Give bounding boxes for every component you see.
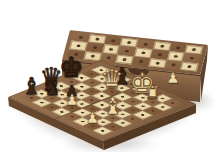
black-bishop-a8[interactable]: ♝ (21, 75, 42, 98)
chess-set-photo: ♝♛♚♞♟♝♟♛♚♜♝♟♟ (0, 0, 218, 152)
white-pawn-b5[interactable]: ♟ (65, 93, 78, 108)
black-knight-b7[interactable]: ♞ (42, 78, 61, 99)
white-bishop-c2[interactable]: ♝ (102, 95, 123, 118)
white-pawn-loose[interactable]: ♟ (166, 71, 179, 86)
white-queen-f5[interactable]: ♛ (100, 66, 123, 92)
white-pawn-a2[interactable]: ♟ (86, 111, 99, 126)
white-rook-g2[interactable]: ♜ (144, 84, 160, 102)
pieces-layer: ♝♛♚♞♟♝♟♛♚♜♝♟♟ (0, 0, 218, 152)
